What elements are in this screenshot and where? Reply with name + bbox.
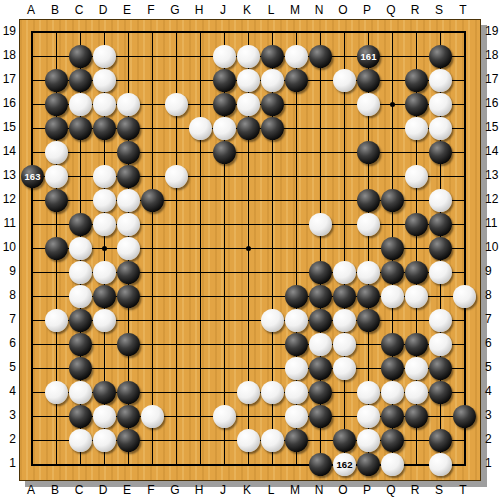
stone-O8 <box>333 285 356 308</box>
stone-P9 <box>357 261 380 284</box>
stone-K2 <box>237 429 260 452</box>
stone-P8 <box>357 285 380 308</box>
stone-N11 <box>309 213 332 236</box>
stone-S12 <box>429 189 452 212</box>
stone-J14 <box>213 141 236 164</box>
stone-N5 <box>309 357 332 380</box>
col-label-bottom-K: K <box>238 483 256 497</box>
stone-R8 <box>405 285 428 308</box>
col-label-bottom-C: C <box>70 483 88 497</box>
stone-Q12 <box>381 189 404 212</box>
stone-P14 <box>357 141 380 164</box>
stone-E3 <box>117 405 140 428</box>
col-label-top-B: B <box>46 3 64 17</box>
stone-P11 <box>357 213 380 236</box>
row-label-left-16: 16 <box>1 96 16 110</box>
col-label-top-N: N <box>310 3 328 17</box>
col-label-top-C: C <box>70 3 88 17</box>
stone-R6 <box>405 333 428 356</box>
stone-F3 <box>141 405 164 428</box>
col-label-top-E: E <box>118 3 136 17</box>
row-label-left-10: 10 <box>1 240 16 254</box>
col-label-top-S: S <box>430 3 448 17</box>
row-label-right-11: 11 <box>485 216 500 230</box>
stone-O1: 162 <box>333 453 356 476</box>
stone-M7 <box>285 309 308 332</box>
stone-S9 <box>429 261 452 284</box>
row-label-right-2: 2 <box>485 432 500 446</box>
col-label-bottom-H: H <box>190 483 208 497</box>
stone-J3 <box>213 405 236 428</box>
col-label-bottom-O: O <box>334 483 352 497</box>
stone-M17 <box>285 69 308 92</box>
row-label-left-17: 17 <box>1 72 16 86</box>
stone-S6 <box>429 333 452 356</box>
col-label-top-A: A <box>22 3 40 17</box>
col-label-bottom-S: S <box>430 483 448 497</box>
stone-Q4 <box>381 381 404 404</box>
col-label-bottom-T: T <box>454 483 472 497</box>
move-number-label: 162 <box>333 453 356 476</box>
stone-Q5 <box>381 357 404 380</box>
go-board[interactable]: 161163162 <box>19 19 481 481</box>
row-label-right-17: 17 <box>485 72 500 86</box>
stone-Q3 <box>381 405 404 428</box>
col-label-bottom-F: F <box>142 483 160 497</box>
stone-B13 <box>45 165 68 188</box>
stone-N6 <box>309 333 332 356</box>
row-label-left-5: 5 <box>1 360 16 374</box>
row-label-right-14: 14 <box>485 144 500 158</box>
stone-S18 <box>429 45 452 68</box>
stone-C4 <box>69 381 92 404</box>
stone-K18 <box>237 45 260 68</box>
stone-C6 <box>69 333 92 356</box>
stone-K15 <box>237 117 260 140</box>
stone-C15 <box>69 117 92 140</box>
row-label-left-6: 6 <box>1 336 16 350</box>
stone-N3 <box>309 405 332 428</box>
col-label-top-K: K <box>238 3 256 17</box>
stone-B16 <box>45 93 68 116</box>
stone-O5 <box>333 357 356 380</box>
stone-E8 <box>117 285 140 308</box>
stone-E13 <box>117 165 140 188</box>
stone-L18 <box>261 45 284 68</box>
row-label-left-3: 3 <box>1 408 16 422</box>
row-label-right-19: 19 <box>485 24 500 38</box>
stone-D8 <box>93 285 116 308</box>
stone-O7 <box>333 309 356 332</box>
stone-E10 <box>117 237 140 260</box>
stone-F12 <box>141 189 164 212</box>
stone-B17 <box>45 69 68 92</box>
stone-C10 <box>69 237 92 260</box>
stone-E4 <box>117 381 140 404</box>
stone-O6 <box>333 333 356 356</box>
row-label-left-13: 13 <box>1 168 16 182</box>
stone-R13 <box>405 165 428 188</box>
stone-J16 <box>213 93 236 116</box>
stone-R11 <box>405 213 428 236</box>
stone-R9 <box>405 261 428 284</box>
stone-N4 <box>309 381 332 404</box>
stone-D9 <box>93 261 116 284</box>
stone-M3 <box>285 405 308 428</box>
col-label-bottom-N: N <box>310 483 328 497</box>
stone-D4 <box>93 381 116 404</box>
stone-D7 <box>93 309 116 332</box>
col-label-top-H: H <box>190 3 208 17</box>
col-label-top-T: T <box>454 3 472 17</box>
stone-D15 <box>93 117 116 140</box>
stone-B15 <box>45 117 68 140</box>
stone-C18 <box>69 45 92 68</box>
stone-M8 <box>285 285 308 308</box>
stone-N7 <box>309 309 332 332</box>
stone-A13: 163 <box>21 165 44 188</box>
row-label-left-4: 4 <box>1 384 16 398</box>
stone-R3 <box>405 405 428 428</box>
stone-D18 <box>93 45 116 68</box>
stone-G16 <box>165 93 188 116</box>
stone-P7 <box>357 309 380 332</box>
col-label-top-R: R <box>406 3 424 17</box>
stone-M5 <box>285 357 308 380</box>
stone-M6 <box>285 333 308 356</box>
stone-N9 <box>309 261 332 284</box>
board-grid: 161163162 <box>31 31 466 466</box>
star-point-D10 <box>102 246 107 251</box>
stone-S5 <box>429 357 452 380</box>
row-label-right-8: 8 <box>485 288 500 302</box>
stone-M2 <box>285 429 308 452</box>
stone-P17 <box>357 69 380 92</box>
stone-Q2 <box>381 429 404 452</box>
stone-O9 <box>333 261 356 284</box>
stone-P4 <box>357 381 380 404</box>
stone-T8 <box>453 285 476 308</box>
stone-S11 <box>429 213 452 236</box>
col-label-top-J: J <box>214 3 232 17</box>
col-label-bottom-D: D <box>94 483 112 497</box>
stone-R5 <box>405 357 428 380</box>
stone-J18 <box>213 45 236 68</box>
row-label-right-3: 3 <box>485 408 500 422</box>
col-label-top-Q: Q <box>382 3 400 17</box>
stone-C8 <box>69 285 92 308</box>
col-label-top-O: O <box>334 3 352 17</box>
stone-S7 <box>429 309 452 332</box>
stone-N8 <box>309 285 332 308</box>
row-label-right-1: 1 <box>485 456 500 470</box>
stone-L17 <box>261 69 284 92</box>
stone-L7 <box>261 309 284 332</box>
stone-G13 <box>165 165 188 188</box>
stone-R4 <box>405 381 428 404</box>
stone-C2 <box>69 429 92 452</box>
stone-K17 <box>237 69 260 92</box>
row-label-left-14: 14 <box>1 144 16 158</box>
stone-L16 <box>261 93 284 116</box>
stone-B12 <box>45 189 68 212</box>
star-point-Q16 <box>390 102 395 107</box>
col-label-bottom-J: J <box>214 483 232 497</box>
stone-Q10 <box>381 237 404 260</box>
stone-M4 <box>285 381 308 404</box>
row-label-right-13: 13 <box>485 168 500 182</box>
stone-T3 <box>453 405 476 428</box>
stone-L2 <box>261 429 284 452</box>
stone-Q9 <box>381 261 404 284</box>
move-number-label: 161 <box>357 45 380 68</box>
stone-O2 <box>333 429 356 452</box>
stone-D11 <box>93 213 116 236</box>
row-label-left-11: 11 <box>1 216 16 230</box>
stone-P12 <box>357 189 380 212</box>
stone-E6 <box>117 333 140 356</box>
stone-S2 <box>429 429 452 452</box>
col-label-bottom-Q: Q <box>382 483 400 497</box>
row-label-left-18: 18 <box>1 48 16 62</box>
stone-P16 <box>357 93 380 116</box>
stone-D16 <box>93 93 116 116</box>
stone-H15 <box>189 117 212 140</box>
stone-P18: 161 <box>357 45 380 68</box>
stone-S15 <box>429 117 452 140</box>
stone-R15 <box>405 117 428 140</box>
col-label-bottom-B: B <box>46 483 64 497</box>
col-label-top-G: G <box>166 3 184 17</box>
row-label-right-5: 5 <box>485 360 500 374</box>
stone-M18 <box>285 45 308 68</box>
stone-S10 <box>429 237 452 260</box>
stone-C16 <box>69 93 92 116</box>
stone-E2 <box>117 429 140 452</box>
stone-E9 <box>117 261 140 284</box>
row-label-left-8: 8 <box>1 288 16 302</box>
col-label-bottom-L: L <box>262 483 280 497</box>
row-label-right-12: 12 <box>485 192 500 206</box>
row-label-right-7: 7 <box>485 312 500 326</box>
stone-J17 <box>213 69 236 92</box>
stone-K4 <box>237 381 260 404</box>
stone-P1 <box>357 453 380 476</box>
stone-L15 <box>261 117 284 140</box>
row-label-right-15: 15 <box>485 120 500 134</box>
stone-N18 <box>309 45 332 68</box>
col-label-bottom-R: R <box>406 483 424 497</box>
row-label-left-15: 15 <box>1 120 16 134</box>
stone-P2 <box>357 429 380 452</box>
stone-S14 <box>429 141 452 164</box>
stone-S4 <box>429 381 452 404</box>
stone-D2 <box>93 429 116 452</box>
stone-K16 <box>237 93 260 116</box>
stone-C3 <box>69 405 92 428</box>
row-label-left-12: 12 <box>1 192 16 206</box>
row-label-right-16: 16 <box>485 96 500 110</box>
stone-E15 <box>117 117 140 140</box>
stone-D12 <box>93 189 116 212</box>
stone-R16 <box>405 93 428 116</box>
stone-B10 <box>45 237 68 260</box>
col-label-bottom-M: M <box>286 483 304 497</box>
stone-D3 <box>93 405 116 428</box>
col-label-bottom-A: A <box>22 483 40 497</box>
row-label-left-19: 19 <box>1 24 16 38</box>
stone-L4 <box>261 381 284 404</box>
stone-R17 <box>405 69 428 92</box>
stone-Q1 <box>381 453 404 476</box>
stone-B7 <box>45 309 68 332</box>
stone-E16 <box>117 93 140 116</box>
stone-E14 <box>117 141 140 164</box>
row-label-left-9: 9 <box>1 264 16 278</box>
row-label-left-7: 7 <box>1 312 16 326</box>
stone-B14 <box>45 141 68 164</box>
col-label-bottom-P: P <box>358 483 376 497</box>
col-label-top-F: F <box>142 3 160 17</box>
stone-C11 <box>69 213 92 236</box>
col-label-top-D: D <box>94 3 112 17</box>
stone-C5 <box>69 357 92 380</box>
star-point-K10 <box>246 246 251 251</box>
stone-J15 <box>213 117 236 140</box>
stone-S1 <box>429 453 452 476</box>
row-label-right-4: 4 <box>485 384 500 398</box>
stone-S17 <box>429 69 452 92</box>
col-label-top-P: P <box>358 3 376 17</box>
stone-O17 <box>333 69 356 92</box>
stone-D17 <box>93 69 116 92</box>
go-viewer-window: 161163162 AABBCCDDEEFFGGHHJJKKLLMMNNOOPP… <box>0 0 500 500</box>
col-label-bottom-E: E <box>118 483 136 497</box>
stone-P3 <box>357 405 380 428</box>
stone-Q8 <box>381 285 404 308</box>
row-label-right-10: 10 <box>485 240 500 254</box>
row-label-left-2: 2 <box>1 432 16 446</box>
stone-B4 <box>45 381 68 404</box>
stone-S16 <box>429 93 452 116</box>
stone-N1 <box>309 453 332 476</box>
stone-C7 <box>69 309 92 332</box>
row-label-right-9: 9 <box>485 264 500 278</box>
move-number-label: 163 <box>21 165 44 188</box>
stone-C9 <box>69 261 92 284</box>
row-label-right-6: 6 <box>485 336 500 350</box>
col-label-top-M: M <box>286 3 304 17</box>
stone-C17 <box>69 69 92 92</box>
stone-Q6 <box>381 333 404 356</box>
col-label-top-L: L <box>262 3 280 17</box>
stone-D13 <box>93 165 116 188</box>
col-label-bottom-G: G <box>166 483 184 497</box>
row-label-right-18: 18 <box>485 48 500 62</box>
row-label-left-1: 1 <box>1 456 16 470</box>
stone-E12 <box>117 189 140 212</box>
stone-E11 <box>117 213 140 236</box>
